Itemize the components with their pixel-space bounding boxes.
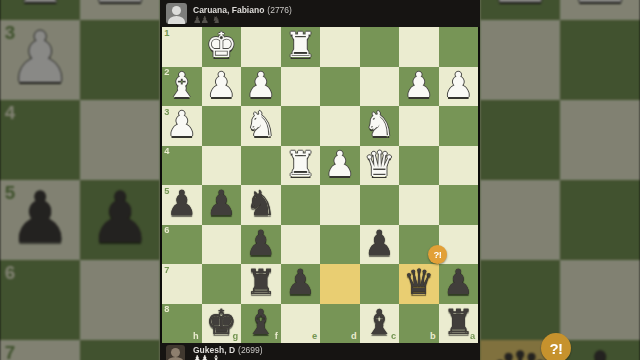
square-g3[interactable] (202, 106, 242, 146)
square-d3[interactable] (320, 106, 360, 146)
square-c7[interactable] (360, 264, 400, 304)
square-h2[interactable]: ♝2 (162, 67, 202, 107)
square-g8[interactable]: ♚g (202, 304, 242, 344)
square-f6[interactable]: ♟ (241, 225, 281, 265)
square-f8[interactable]: ♝f (241, 304, 281, 344)
square-d4[interactable]: ♟ (320, 146, 360, 186)
square-e1[interactable]: ♜ (281, 27, 321, 67)
square-e5[interactable] (281, 185, 321, 225)
square-h6[interactable]: 6 (162, 225, 202, 265)
square-e2[interactable] (281, 67, 321, 107)
piece-black-pawn-f6[interactable]: ♟ (241, 224, 281, 263)
rank-label-4: 4 (164, 147, 169, 156)
square-f7[interactable]: ♜ (241, 264, 281, 304)
screenshot-frame: 1♚♜♝2♟♟♟♟♟3♞♞4♜♟♛♟5♟♞6♟♟7♜♟♛♟8h♚g♝fed♝cb… (0, 0, 640, 360)
captured-piece-bishop: ♝ (212, 353, 221, 360)
square-h4[interactable]: 4 (162, 146, 202, 186)
square-b5[interactable] (399, 185, 439, 225)
square-c5[interactable] (360, 185, 400, 225)
avatar-top-player (166, 3, 187, 24)
square-e4[interactable]: ♜ (281, 146, 321, 186)
square-c8[interactable]: ♝c (360, 304, 400, 344)
square-d7[interactable] (320, 264, 360, 304)
square-g6[interactable] (202, 225, 242, 265)
square-g4[interactable] (202, 146, 242, 186)
square-f5[interactable]: ♞ (241, 185, 281, 225)
piece-black-queen-b7[interactable]: ♛ (399, 263, 439, 303)
avatar-silhouette (171, 348, 180, 357)
square-a5[interactable] (439, 185, 479, 225)
piece-black-rook-f7[interactable]: ♜ (241, 263, 281, 303)
piece-white-rook-e1[interactable]: ♜ (281, 26, 321, 66)
square-c6[interactable]: ♟ (360, 225, 400, 265)
square-a3[interactable] (439, 106, 479, 146)
square-a4[interactable] (439, 146, 479, 186)
square-f2[interactable]: ♟ (241, 67, 281, 107)
square-b7[interactable]: ♛ (399, 264, 439, 304)
square-e6[interactable] (281, 225, 321, 265)
square-a8[interactable]: ♜a (439, 304, 479, 344)
square-f1[interactable] (241, 27, 281, 67)
player-top-bar: Caruana, Fabiano(2776) ♟♟♞ (160, 0, 480, 27)
square-d5[interactable] (320, 185, 360, 225)
captured-pieces-tray-top: ♟♟♞ (193, 15, 220, 25)
avatar-silhouette (172, 6, 181, 15)
square-b3[interactable] (399, 106, 439, 146)
square-b8[interactable]: b (399, 304, 439, 344)
square-h1[interactable]: 1 (162, 27, 202, 67)
rank-label-5: 5 (164, 187, 169, 196)
rank-label-3: 3 (164, 108, 169, 117)
piece-black-pawn-e7[interactable]: ♟ (281, 263, 321, 303)
captured-piece-pawn: ♟ (201, 14, 210, 25)
file-label-c: c (391, 332, 396, 341)
player-top-rating: (2776) (267, 5, 292, 15)
square-c3[interactable]: ♞ (360, 106, 400, 146)
square-f4[interactable] (241, 146, 281, 186)
square-b4[interactable] (399, 146, 439, 186)
square-c1[interactable] (360, 27, 400, 67)
captured-piece-pawn: ♟ (201, 353, 210, 360)
square-d8[interactable]: d (320, 304, 360, 344)
square-d1[interactable] (320, 27, 360, 67)
square-d6[interactable] (320, 225, 360, 265)
square-f3[interactable]: ♞ (241, 106, 281, 146)
square-e3[interactable] (281, 106, 321, 146)
avatar-bottom-player (166, 345, 185, 360)
square-b2[interactable]: ♟ (399, 67, 439, 107)
square-d2[interactable] (320, 67, 360, 107)
inaccuracy-badge-background: ?! (541, 333, 571, 360)
piece-white-pawn-d4[interactable]: ♟ (320, 145, 360, 184)
piece-white-pawn-f2[interactable]: ♟ (241, 66, 281, 106)
piece-white-pawn-g2[interactable]: ♟ (202, 66, 242, 106)
square-h7[interactable]: 7 (162, 264, 202, 304)
file-label-f: f (275, 332, 278, 341)
piece-black-pawn-a7[interactable]: ♟ (439, 263, 479, 303)
file-label-d: d (351, 332, 357, 341)
piece-white-queen-c4[interactable]: ♛ (360, 145, 400, 184)
rank-label-6: 6 (164, 226, 169, 235)
file-label-b: b (430, 332, 436, 341)
piece-white-knight-c3[interactable]: ♞ (360, 105, 400, 144)
player-bottom-bar: Gukesh, D(2699) ♟♟♝ (160, 343, 480, 360)
square-h5[interactable]: ♟5 (162, 185, 202, 225)
file-label-h: h (193, 332, 199, 341)
rank-label-7: 7 (164, 266, 169, 275)
square-g7[interactable] (202, 264, 242, 304)
rank-label-8: 8 (164, 305, 169, 314)
file-label-a: a (470, 332, 475, 341)
piece-white-pawn-b2[interactable]: ♟ (399, 66, 439, 106)
square-g5[interactable]: ♟ (202, 185, 242, 225)
square-a2[interactable]: ♟ (439, 67, 479, 107)
square-b1[interactable] (399, 27, 439, 67)
avatar-silhouette (168, 16, 185, 24)
chess-board[interactable]: 1♚♜♝2♟♟♟♟♟3♞♞4♜♟♛♟5♟♞6♟♟7♜♟♛♟8h♚g♝fed♝cb… (162, 27, 478, 343)
captured-piece-knight: ♞ (212, 14, 221, 25)
piece-black-pawn-g5[interactable]: ♟ (202, 184, 242, 223)
piece-white-rook-e4[interactable]: ♜ (281, 145, 321, 184)
square-e8[interactable]: e (281, 304, 321, 344)
captured-pieces-tray-bottom: ♟♟♝ (193, 354, 220, 360)
square-c4[interactable]: ♛ (360, 146, 400, 186)
square-c2[interactable] (360, 67, 400, 107)
rank-label-2: 2 (164, 68, 169, 77)
square-g1[interactable]: ♚ (202, 27, 242, 67)
square-a1[interactable] (439, 27, 479, 67)
square-h3[interactable]: ♟3 (162, 106, 202, 146)
square-h8[interactable]: 8h (162, 304, 202, 344)
piece-white-knight-f3[interactable]: ♞ (241, 105, 281, 144)
square-a7[interactable]: ♟ (439, 264, 479, 304)
rank-label-1: 1 (164, 29, 169, 38)
piece-white-pawn-a2[interactable]: ♟ (439, 66, 479, 106)
video-column: Caruana, Fabiano(2776) ♟♟♞ 1♚♜♝2♟♟♟♟♟3♞♞… (160, 0, 480, 360)
square-e7[interactable]: ♟ (281, 264, 321, 304)
file-label-g: g (233, 332, 239, 341)
file-label-e: e (312, 332, 317, 341)
inaccuracy-badge: ?! (428, 245, 447, 264)
player-bottom-rating: (2699) (238, 345, 263, 355)
piece-black-knight-f5[interactable]: ♞ (241, 184, 281, 223)
piece-black-pawn-c6[interactable]: ♟ (360, 224, 400, 263)
square-g2[interactable]: ♟ (202, 67, 242, 107)
piece-white-king-g1[interactable]: ♚ (202, 26, 242, 66)
